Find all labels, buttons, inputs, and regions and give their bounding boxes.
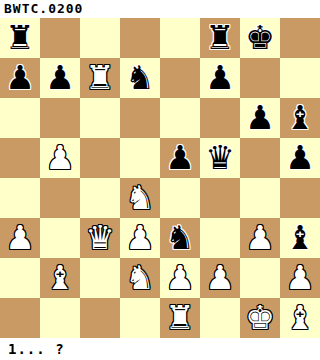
- square-e6[interactable]: [160, 98, 200, 138]
- square-c7[interactable]: ♜: [80, 58, 120, 98]
- square-h8[interactable]: [280, 18, 320, 58]
- square-h2[interactable]: ♟: [280, 258, 320, 298]
- square-f1[interactable]: [200, 298, 240, 338]
- square-f4[interactable]: [200, 178, 240, 218]
- square-d4[interactable]: ♞: [120, 178, 160, 218]
- square-c4[interactable]: [80, 178, 120, 218]
- black-pawn[interactable]: ♟: [245, 98, 275, 138]
- square-h1[interactable]: ♝: [280, 298, 320, 338]
- square-a8[interactable]: ♜: [0, 18, 40, 58]
- white-bishop[interactable]: ♝: [45, 258, 75, 298]
- black-queen[interactable]: ♛: [205, 138, 235, 178]
- black-knight[interactable]: ♞: [125, 58, 155, 98]
- white-pawn[interactable]: ♟: [125, 218, 155, 258]
- square-b8[interactable]: [40, 18, 80, 58]
- square-e4[interactable]: [160, 178, 200, 218]
- square-g7[interactable]: [240, 58, 280, 98]
- square-d6[interactable]: [120, 98, 160, 138]
- square-f5[interactable]: ♛: [200, 138, 240, 178]
- puzzle-title: BWTC.0200: [0, 0, 320, 18]
- white-knight[interactable]: ♞: [125, 178, 155, 218]
- square-c8[interactable]: [80, 18, 120, 58]
- square-g2[interactable]: [240, 258, 280, 298]
- square-a5[interactable]: [0, 138, 40, 178]
- square-h4[interactable]: [280, 178, 320, 218]
- white-rook[interactable]: ♜: [85, 58, 115, 98]
- white-pawn[interactable]: ♟: [45, 138, 75, 178]
- black-pawn[interactable]: ♟: [45, 58, 75, 98]
- square-h3[interactable]: ♝: [280, 218, 320, 258]
- square-d7[interactable]: ♞: [120, 58, 160, 98]
- white-bishop[interactable]: ♝: [285, 298, 315, 338]
- square-h5[interactable]: ♟: [280, 138, 320, 178]
- square-h7[interactable]: [280, 58, 320, 98]
- square-b7[interactable]: ♟: [40, 58, 80, 98]
- black-rook[interactable]: ♜: [205, 18, 235, 58]
- square-h6[interactable]: ♝: [280, 98, 320, 138]
- square-g1[interactable]: ♚: [240, 298, 280, 338]
- square-e1[interactable]: ♜: [160, 298, 200, 338]
- white-pawn[interactable]: ♟: [205, 258, 235, 298]
- square-c6[interactable]: [80, 98, 120, 138]
- square-a6[interactable]: [0, 98, 40, 138]
- black-pawn[interactable]: ♟: [285, 138, 315, 178]
- square-b5[interactable]: ♟: [40, 138, 80, 178]
- square-g6[interactable]: ♟: [240, 98, 280, 138]
- white-pawn[interactable]: ♟: [245, 218, 275, 258]
- black-bishop[interactable]: ♝: [285, 98, 315, 138]
- square-a1[interactable]: [0, 298, 40, 338]
- square-c5[interactable]: [80, 138, 120, 178]
- square-f6[interactable]: [200, 98, 240, 138]
- square-d1[interactable]: [120, 298, 160, 338]
- black-bishop[interactable]: ♝: [285, 218, 315, 258]
- square-g3[interactable]: ♟: [240, 218, 280, 258]
- square-b1[interactable]: [40, 298, 80, 338]
- square-b3[interactable]: [40, 218, 80, 258]
- white-pawn[interactable]: ♟: [165, 258, 195, 298]
- square-e7[interactable]: [160, 58, 200, 98]
- square-b6[interactable]: [40, 98, 80, 138]
- square-g8[interactable]: ♚: [240, 18, 280, 58]
- square-d5[interactable]: [120, 138, 160, 178]
- square-a3[interactable]: ♟: [0, 218, 40, 258]
- square-d3[interactable]: ♟: [120, 218, 160, 258]
- black-pawn[interactable]: ♟: [5, 58, 35, 98]
- square-b2[interactable]: ♝: [40, 258, 80, 298]
- move-prompt: 1... ?: [0, 338, 320, 360]
- black-pawn[interactable]: ♟: [165, 138, 195, 178]
- black-knight[interactable]: ♞: [165, 218, 195, 258]
- black-rook[interactable]: ♜: [5, 18, 35, 58]
- square-d8[interactable]: [120, 18, 160, 58]
- black-king[interactable]: ♚: [245, 18, 275, 58]
- square-b4[interactable]: [40, 178, 80, 218]
- square-g5[interactable]: [240, 138, 280, 178]
- black-pawn[interactable]: ♟: [205, 58, 235, 98]
- white-pawn[interactable]: ♟: [285, 258, 315, 298]
- square-a4[interactable]: [0, 178, 40, 218]
- square-f3[interactable]: [200, 218, 240, 258]
- square-c3[interactable]: ♛: [80, 218, 120, 258]
- white-pawn[interactable]: ♟: [5, 218, 35, 258]
- white-queen[interactable]: ♛: [85, 218, 115, 258]
- square-d2[interactable]: ♞: [120, 258, 160, 298]
- square-f8[interactable]: ♜: [200, 18, 240, 58]
- white-king[interactable]: ♚: [245, 298, 275, 338]
- chess-board: ♜♜♚♟♟♜♞♟♟♝♟♟♛♟♞♟♛♟♞♟♝♝♞♟♟♟♜♚♝: [0, 18, 320, 338]
- square-c1[interactable]: [80, 298, 120, 338]
- white-rook[interactable]: ♜: [165, 298, 195, 338]
- square-f7[interactable]: ♟: [200, 58, 240, 98]
- square-g4[interactable]: [240, 178, 280, 218]
- square-e8[interactable]: [160, 18, 200, 58]
- square-e2[interactable]: ♟: [160, 258, 200, 298]
- square-a7[interactable]: ♟: [0, 58, 40, 98]
- square-e3[interactable]: ♞: [160, 218, 200, 258]
- square-c2[interactable]: [80, 258, 120, 298]
- square-a2[interactable]: [0, 258, 40, 298]
- white-knight[interactable]: ♞: [125, 258, 155, 298]
- square-f2[interactable]: ♟: [200, 258, 240, 298]
- square-e5[interactable]: ♟: [160, 138, 200, 178]
